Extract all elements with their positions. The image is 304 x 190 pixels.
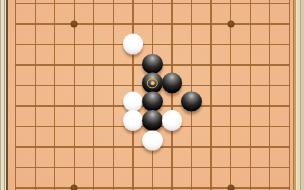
gomoku-game-view xyxy=(0,0,304,190)
white-stone xyxy=(162,110,183,131)
white-stone xyxy=(123,110,144,131)
white-stone xyxy=(123,91,144,112)
black-stone xyxy=(142,110,163,131)
white-stone xyxy=(123,34,144,55)
black-stone xyxy=(162,73,183,94)
stones-layer xyxy=(6,0,299,190)
black-stone xyxy=(142,54,163,75)
black-stone xyxy=(142,91,163,112)
black-stone xyxy=(142,73,163,94)
black-stone xyxy=(181,91,202,112)
white-stone xyxy=(142,130,163,151)
last-move-marker xyxy=(147,78,158,89)
